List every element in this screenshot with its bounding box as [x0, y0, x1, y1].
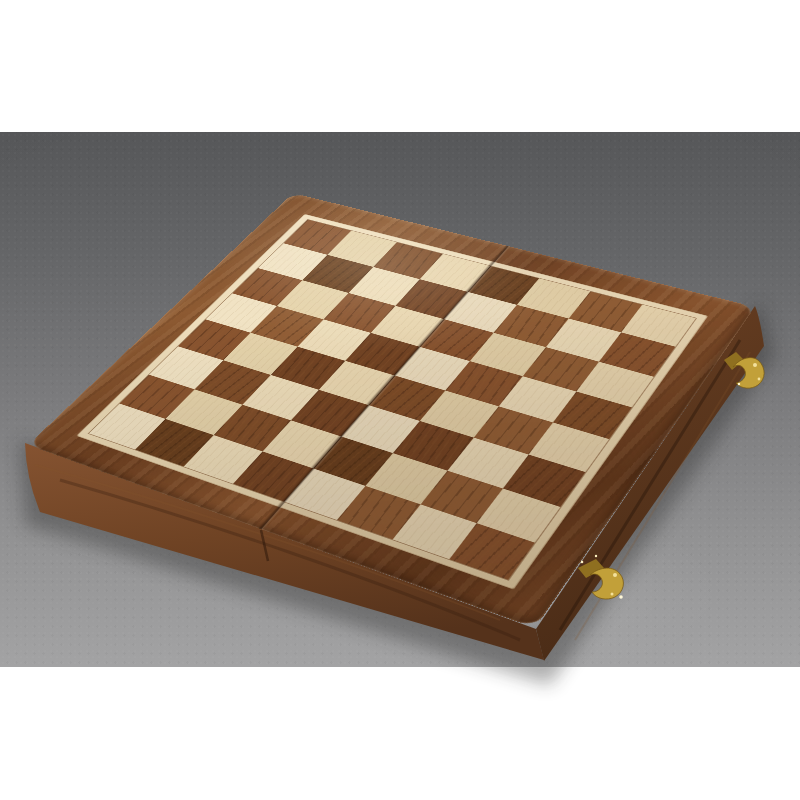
product-photo [0, 0, 800, 800]
